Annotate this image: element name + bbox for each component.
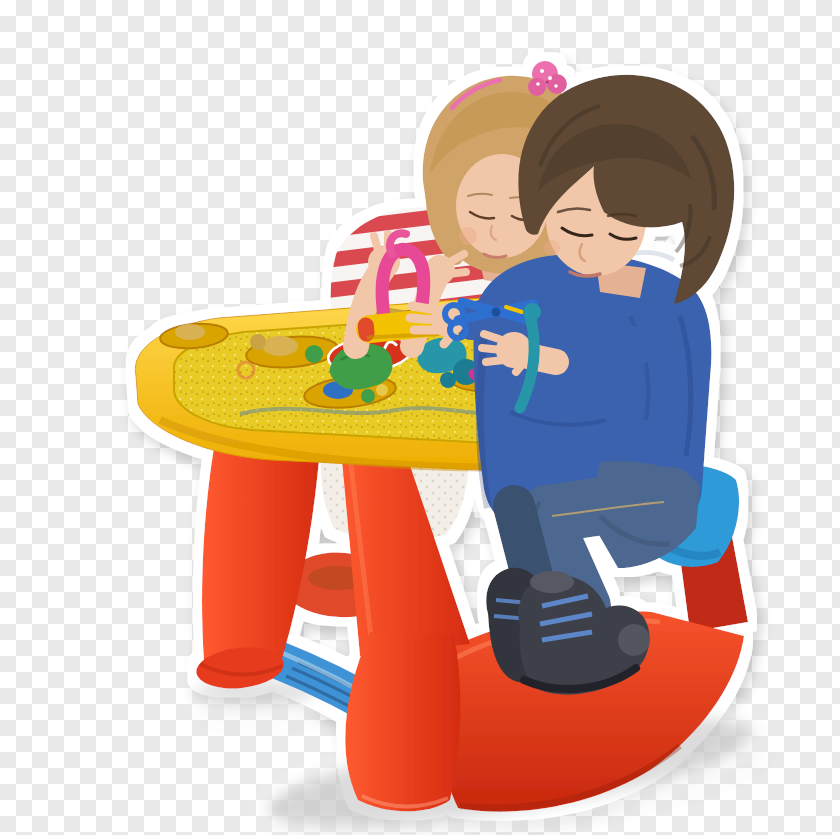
photo-cutout: Two toddlers playing with modelling doug… bbox=[40, 16, 800, 819]
desk-center-foot bbox=[345, 632, 460, 811]
boy-cheek bbox=[544, 240, 560, 256]
girl-cheek bbox=[459, 227, 477, 245]
sticker-group bbox=[135, 61, 758, 835]
boy-shoe-front bbox=[518, 571, 650, 695]
scene-svg bbox=[40, 16, 840, 835]
